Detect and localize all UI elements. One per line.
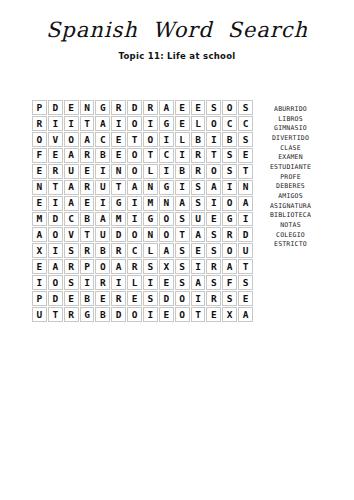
grid-cell[interactable]: I [175,180,190,195]
grid-cell[interactable]: A [222,259,237,274]
word-list-item: ASIGNATURA [250,202,331,212]
grid-cell[interactable]: R [206,291,221,306]
grid-cell[interactable]: T [143,148,158,163]
word-list-item: PROFE [250,173,331,183]
grid-cell[interactable]: O [206,116,221,131]
grid-cell[interactable]: A [64,196,79,211]
grid-cell[interactable]: B [222,132,237,147]
page-title: Spanish Word Search [0,18,354,42]
grid-cell[interactable]: O [175,291,190,306]
word-list-item: ESTUDIANTE [250,163,331,173]
grid-cell[interactable]: L [191,116,206,131]
grid-cell[interactable]: C [127,243,142,258]
grid-cell[interactable]: S [64,243,79,258]
grid-cell[interactable]: I [80,275,95,290]
grid-cell[interactable]: I [206,196,221,211]
grid-cell[interactable]: P [32,100,47,115]
grid-cell[interactable]: E [32,164,47,179]
grid-cell[interactable]: S [222,164,237,179]
grid-cell[interactable]: A [191,227,206,242]
grid-cell[interactable]: O [143,132,158,147]
grid-cell[interactable]: I [127,212,142,227]
grid-cell[interactable]: G [222,212,237,227]
word-list: ABURRIDOLIBROSGIMNASIODIVERTIDOCLASEEXAM… [250,105,331,250]
grid-cell[interactable]: I [206,132,221,147]
grid-cell[interactable]: X [159,259,174,274]
grid-cell[interactable]: I [95,164,110,179]
worksheet-page: Spanish Word Search Topic 11: Life at sc… [0,0,354,500]
grid-cell[interactable]: C [95,132,110,147]
grid-cell[interactable]: R [80,180,95,195]
grid-cell[interactable]: S [64,275,79,290]
grid-cell[interactable]: E [191,100,206,115]
grid-cell[interactable]: S [175,212,190,227]
grid-cell[interactable]: I [48,116,63,131]
word-list-item: ABURRIDO [250,105,331,115]
word-list-item: NOTAS [250,221,331,231]
grid-cell[interactable]: A [95,116,110,131]
grid-cell[interactable]: A [111,259,126,274]
grid-cell[interactable]: R [191,148,206,163]
grid-cell[interactable]: I [111,275,126,290]
grid-cell[interactable]: C [64,212,79,227]
grid-cell[interactable]: S [175,275,190,290]
grid-cell[interactable]: I [143,116,158,131]
grid-cell[interactable]: I [143,307,158,322]
grid-cell[interactable]: A [159,243,174,258]
grid-cell[interactable]: X [32,243,47,258]
grid-cell[interactable]: T [191,307,206,322]
grid-cell[interactable]: T [206,148,221,163]
grid-cell[interactable]: O [127,148,142,163]
grid-cell[interactable]: T [48,180,63,195]
grid-cell[interactable]: I [191,259,206,274]
grid-cell[interactable]: E [175,100,190,115]
word-list-item: COLEGIO [250,231,331,241]
grid-cell[interactable]: E [64,100,79,115]
grid-cell[interactable]: T [238,259,253,274]
grid-cell[interactable]: O [222,100,237,115]
grid-cell[interactable]: S [206,243,221,258]
grid-cell[interactable]: R [80,243,95,258]
grid-cell[interactable]: O [127,116,142,131]
grid-cell[interactable]: B [175,164,190,179]
grid-cell[interactable]: C [222,116,237,131]
grid-cell[interactable]: E [80,196,95,211]
grid-cell[interactable]: O [95,259,110,274]
grid-cell[interactable]: S [191,180,206,195]
grid-cell[interactable]: N [111,164,126,179]
grid-cell[interactable]: U [95,180,110,195]
grid-cell[interactable]: G [80,307,95,322]
grid-cell[interactable]: G [143,212,158,227]
grid-cell[interactable]: N [143,180,158,195]
word-list-item: ESTRICTO [250,240,331,250]
grid-cell[interactable]: I [159,132,174,147]
grid-cell[interactable]: N [80,100,95,115]
grid-cell[interactable]: A [64,180,79,195]
grid-cell[interactable]: N [159,196,174,211]
grid-cell[interactable]: E [191,243,206,258]
grid-cell[interactable]: U [64,164,79,179]
grid-cell[interactable]: P [32,291,47,306]
word-list-item: AMIGOS [250,192,331,202]
grid-cell[interactable]: T [80,116,95,131]
grid-cell[interactable]: F [222,275,237,290]
grid-cell[interactable]: S [206,275,221,290]
grid-cell[interactable]: I [48,196,63,211]
grid-cell[interactable]: S [206,100,221,115]
grid-cell[interactable]: E [80,164,95,179]
word-list-item: DEBERES [250,182,331,192]
grid-cell[interactable]: E [111,148,126,163]
grid-cell[interactable]: S [143,259,158,274]
grid-cell[interactable]: D [159,291,174,306]
grid-cell[interactable]: O [127,307,142,322]
word-list-item: DIVERTIDO [250,134,331,144]
grid-cell[interactable]: U [95,227,110,242]
grid-cell[interactable]: A [127,180,142,195]
grid-cell[interactable]: R [95,275,110,290]
grid-cell[interactable]: L [127,275,142,290]
grid-cell[interactable]: U [32,307,47,322]
grid-cell[interactable]: N [32,180,47,195]
grid-cell[interactable]: R [48,164,63,179]
grid-cell[interactable]: G [159,180,174,195]
grid-cell[interactable]: L [143,164,158,179]
grid-cell[interactable]: A [32,227,47,242]
grid-cell[interactable]: I [48,243,63,258]
word-list-item: EXAMEN [250,153,331,163]
grid-cell[interactable]: S [175,259,190,274]
grid-cell[interactable]: E [95,291,110,306]
grid-cell[interactable]: O [222,196,237,211]
grid-cell[interactable]: A [206,180,221,195]
grid-cell[interactable]: S [175,243,190,258]
grid-cell[interactable]: I [95,196,110,211]
grid-cell[interactable]: O [64,132,79,147]
grid-cell[interactable]: O [175,307,190,322]
grid-cell[interactable]: A [238,307,253,322]
grid-cell[interactable]: E [32,196,47,211]
grid-cell[interactable]: U [191,212,206,227]
grid-cell[interactable]: A [175,196,190,211]
grid-cell[interactable]: E [159,307,174,322]
grid-cell[interactable]: R [222,227,237,242]
grid-cell[interactable]: F [32,148,47,163]
grid-cell[interactable]: T [127,132,142,147]
grid-cell[interactable]: M [32,212,47,227]
grid-cell[interactable]: X [222,307,237,322]
grid-cell[interactable]: E [238,291,253,306]
grid-cell[interactable]: I [111,116,126,131]
grid-cell[interactable]: S [191,196,206,211]
grid-cell[interactable]: T [175,227,190,242]
grid-cell[interactable]: R [111,291,126,306]
grid-cell[interactable]: I [159,164,174,179]
grid-cell[interactable]: I [143,275,158,290]
grid-cell[interactable]: A [80,132,95,147]
grid-cell[interactable]: I [222,180,237,195]
grid-cell[interactable]: E [64,291,79,306]
word-search-grid: PDENGRDRAEESOSRIITAIOIGELOCCOVOACETOILBI… [32,100,253,322]
grid-cell[interactable]: R [206,259,221,274]
grid-cell[interactable]: P [80,259,95,274]
grid-cell[interactable]: L [143,243,158,258]
page-subtitle: Topic 11: Life at school [0,51,354,61]
grid-cell[interactable]: R [64,259,79,274]
grid-cell[interactable]: I [64,116,79,131]
grid-cell[interactable]: V [64,227,79,242]
grid-cell[interactable]: D [48,212,63,227]
grid-cell[interactable]: O [127,227,142,242]
grid-cell[interactable]: E [32,259,47,274]
grid-cell[interactable]: O [159,227,174,242]
grid-cell[interactable]: E [127,291,142,306]
word-list-item: CLASE [250,144,331,154]
word-list-item: GIMNASIO [250,124,331,134]
grid-cell[interactable]: G [159,116,174,131]
grid-cell[interactable]: I [32,275,47,290]
grid-cell[interactable]: S [206,227,221,242]
word-list-item: LIBROS [250,115,331,125]
grid-cell[interactable]: B [95,307,110,322]
grid-cell[interactable]: D [127,100,142,115]
grid-cell[interactable]: R [191,164,206,179]
grid-cell[interactable]: D [48,100,63,115]
grid-cell[interactable]: S [222,148,237,163]
grid-cell[interactable]: O [159,212,174,227]
grid-cell[interactable]: E [206,212,221,227]
grid-cell[interactable]: M [111,212,126,227]
grid-cell[interactable]: R [111,100,126,115]
grid-cell[interactable]: I [127,196,142,211]
grid-cell[interactable]: B [95,243,110,258]
grid-cell[interactable]: T [48,307,63,322]
grid-cell[interactable]: D [48,291,63,306]
grid-cell[interactable]: E [175,116,190,131]
grid-cell[interactable]: N [143,227,158,242]
grid-cell[interactable]: R [80,148,95,163]
grid-cell[interactable]: A [64,148,79,163]
grid-cell[interactable]: T [111,180,126,195]
grid-cell[interactable]: E [111,132,126,147]
grid-cell[interactable]: I [191,291,206,306]
grid-cell[interactable]: O [206,164,221,179]
grid-cell[interactable]: O [48,227,63,242]
grid-cell[interactable]: G [111,196,126,211]
grid-cell[interactable]: T [80,227,95,242]
grid-cell[interactable]: B [80,212,95,227]
grid-cell[interactable]: R [32,116,47,131]
grid-cell[interactable]: O [32,132,47,147]
grid-cell[interactable]: S [222,291,237,306]
grid-cell[interactable]: O [48,275,63,290]
grid-cell[interactable]: E [206,307,221,322]
grid-cell[interactable]: R [127,259,142,274]
grid-cell[interactable]: A [95,212,110,227]
grid-cell[interactable]: C [159,148,174,163]
grid-cell[interactable]: O [222,243,237,258]
grid-cell[interactable]: E [159,275,174,290]
grid-cell[interactable]: A [191,275,206,290]
grid-cell[interactable]: V [48,132,63,147]
word-list-item: BIBLIOTECA [250,211,331,221]
grid-cell[interactable]: R [143,100,158,115]
grid-cell[interactable]: O [127,164,142,179]
grid-cell[interactable]: D [111,227,126,242]
grid-cell[interactable]: B [80,291,95,306]
grid-cell[interactable]: M [143,196,158,211]
grid-cell[interactable]: A [159,100,174,115]
grid-cell[interactable]: A [48,259,63,274]
grid-cell[interactable]: S [238,275,253,290]
grid-cell[interactable]: R [111,243,126,258]
grid-cell[interactable]: L [175,132,190,147]
grid-cell[interactable]: E [48,148,63,163]
grid-cell[interactable]: S [143,291,158,306]
grid-cell[interactable]: B [95,148,110,163]
grid-cell[interactable]: I [175,148,190,163]
grid-cell[interactable]: R [64,307,79,322]
grid-cell[interactable]: G [95,100,110,115]
grid-cell[interactable]: D [111,307,126,322]
grid-cell[interactable]: B [191,132,206,147]
